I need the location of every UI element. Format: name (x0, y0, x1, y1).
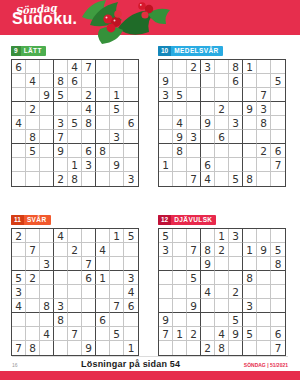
sudoku-cell[interactable] (26, 229, 40, 243)
sudoku-cell[interactable] (201, 271, 215, 285)
sudoku-cell[interactable] (124, 74, 138, 88)
sudoku-cell[interactable]: 5 (187, 271, 201, 285)
sudoku-cell[interactable] (40, 144, 54, 158)
sudoku-cell[interactable] (68, 88, 82, 102)
sudoku-cell[interactable]: 5 (229, 313, 243, 327)
sudoku-cell[interactable] (96, 229, 110, 243)
sudoku-cell[interactable]: 3 (257, 102, 271, 116)
sudoku-cell[interactable] (159, 60, 173, 74)
sudoku-cell[interactable]: 2 (12, 229, 26, 243)
sudoku-cell[interactable] (54, 257, 68, 271)
sudoku-cell[interactable] (243, 257, 257, 271)
sudoku-cell[interactable] (187, 313, 201, 327)
sudoku-cell[interactable] (159, 172, 173, 186)
sudoku-cell[interactable] (229, 158, 243, 172)
sudoku-cell[interactable] (229, 271, 243, 285)
sudoku-cell[interactable] (159, 144, 173, 158)
sudoku-cell[interactable] (124, 130, 138, 144)
sudoku-cell[interactable] (82, 299, 96, 313)
sudoku-grid-12[interactable]: 513378219598584293957124956287 (158, 228, 286, 356)
sudoku-cell[interactable]: 1 (159, 158, 173, 172)
sudoku-cell[interactable]: 4 (201, 172, 215, 186)
sudoku-cell[interactable] (271, 116, 285, 130)
sudoku-cell[interactable] (271, 313, 285, 327)
sudoku-cell[interactable] (173, 299, 187, 313)
sudoku-cell[interactable] (187, 341, 201, 355)
sudoku-cell[interactable] (40, 130, 54, 144)
sudoku-cell[interactable] (187, 116, 201, 130)
sudoku-cell[interactable] (243, 88, 257, 102)
sudoku-cell[interactable]: 8 (82, 116, 96, 130)
sudoku-cell[interactable]: 1 (243, 243, 257, 257)
sudoku-cell[interactable] (229, 243, 243, 257)
sudoku-cell[interactable] (96, 74, 110, 88)
sudoku-cell[interactable]: 2 (82, 88, 96, 102)
sudoku-cell[interactable]: 3 (124, 271, 138, 285)
sudoku-cell[interactable]: 3 (201, 60, 215, 74)
sudoku-grid-9[interactable]: 6474869521245435868735968139283 (11, 59, 139, 187)
sudoku-cell[interactable] (187, 74, 201, 88)
sudoku-cell[interactable] (201, 299, 215, 313)
sudoku-cell[interactable] (26, 172, 40, 186)
sudoku-cell[interactable]: 3 (54, 299, 68, 313)
sudoku-cell[interactable]: 6 (96, 313, 110, 327)
sudoku-cell[interactable]: 6 (68, 74, 82, 88)
sudoku-cell[interactable] (96, 88, 110, 102)
sudoku-cell[interactable] (173, 257, 187, 271)
sudoku-cell[interactable]: 6 (271, 144, 285, 158)
sudoku-cell[interactable] (26, 60, 40, 74)
sudoku-cell[interactable] (26, 116, 40, 130)
sudoku-cell[interactable]: 9 (243, 102, 257, 116)
sudoku-cell[interactable] (243, 158, 257, 172)
sudoku-cell[interactable] (215, 74, 229, 88)
sudoku-cell[interactable] (82, 130, 96, 144)
sudoku-cell[interactable] (54, 327, 68, 341)
sudoku-cell[interactable] (12, 130, 26, 144)
sudoku-cell[interactable] (243, 313, 257, 327)
sudoku-cell[interactable] (54, 102, 68, 116)
sudoku-cell[interactable]: 3 (124, 172, 138, 186)
sudoku-cell[interactable] (215, 116, 229, 130)
sudoku-cell[interactable] (173, 271, 187, 285)
sudoku-cell[interactable] (159, 271, 173, 285)
sudoku-cell[interactable]: 8 (229, 60, 243, 74)
sudoku-cell[interactable] (257, 172, 271, 186)
sudoku-cell[interactable] (271, 285, 285, 299)
sudoku-cell[interactable]: 8 (257, 116, 271, 130)
sudoku-cell[interactable] (96, 257, 110, 271)
sudoku-cell[interactable] (110, 271, 124, 285)
sudoku-cell[interactable]: 2 (187, 327, 201, 341)
sudoku-cell[interactable]: 1 (110, 88, 124, 102)
sudoku-cell[interactable]: 6 (124, 116, 138, 130)
sudoku-cell[interactable]: 7 (82, 257, 96, 271)
sudoku-cell[interactable] (26, 88, 40, 102)
sudoku-cell[interactable] (229, 88, 243, 102)
sudoku-cell[interactable]: 5 (159, 229, 173, 243)
sudoku-cell[interactable] (271, 102, 285, 116)
sudoku-cell[interactable] (215, 158, 229, 172)
sudoku-cell[interactable] (173, 229, 187, 243)
sudoku-cell[interactable] (243, 341, 257, 355)
sudoku-cell[interactable] (40, 102, 54, 116)
sudoku-cell[interactable] (173, 243, 187, 257)
sudoku-cell[interactable]: 3 (229, 116, 243, 130)
sudoku-cell[interactable] (257, 285, 271, 299)
sudoku-cell[interactable] (68, 257, 82, 271)
sudoku-cell[interactable] (243, 74, 257, 88)
sudoku-cell[interactable] (96, 60, 110, 74)
sudoku-cell[interactable] (201, 327, 215, 341)
sudoku-cell[interactable]: 5 (271, 243, 285, 257)
sudoku-cell[interactable] (159, 299, 173, 313)
sudoku-cell[interactable] (96, 116, 110, 130)
sudoku-cell[interactable] (229, 299, 243, 313)
sudoku-cell[interactable] (124, 60, 138, 74)
sudoku-cell[interactable] (201, 130, 215, 144)
sudoku-cell[interactable]: 9 (187, 299, 201, 313)
sudoku-cell[interactable] (96, 172, 110, 186)
sudoku-grid-10[interactable]: 238196535729349389368261677458 (158, 59, 286, 187)
sudoku-cell[interactable]: 2 (215, 243, 229, 257)
sudoku-cell[interactable]: 5 (271, 74, 285, 88)
sudoku-cell[interactable]: 3 (159, 243, 173, 257)
sudoku-cell[interactable] (54, 243, 68, 257)
sudoku-cell[interactable]: 4 (26, 74, 40, 88)
sudoku-cell[interactable]: 9 (229, 327, 243, 341)
sudoku-cell[interactable] (257, 299, 271, 313)
sudoku-cell[interactable] (257, 74, 271, 88)
sudoku-cell[interactable] (229, 102, 243, 116)
sudoku-cell[interactable]: 1 (96, 271, 110, 285)
sudoku-cell[interactable] (68, 130, 82, 144)
sudoku-cell[interactable]: 9 (173, 130, 187, 144)
sudoku-cell[interactable] (124, 257, 138, 271)
sudoku-cell[interactable] (229, 130, 243, 144)
sudoku-cell[interactable] (40, 158, 54, 172)
sudoku-cell[interactable]: 9 (82, 341, 96, 355)
sudoku-cell[interactable] (215, 271, 229, 285)
sudoku-cell[interactable] (40, 74, 54, 88)
sudoku-cell[interactable]: 7 (26, 243, 40, 257)
sudoku-cell[interactable] (257, 313, 271, 327)
sudoku-cell[interactable] (82, 243, 96, 257)
sudoku-cell[interactable]: 7 (82, 60, 96, 74)
sudoku-cell[interactable]: 7 (271, 158, 285, 172)
sudoku-cell[interactable]: 3 (187, 130, 201, 144)
sudoku-cell[interactable] (12, 74, 26, 88)
sudoku-cell[interactable] (173, 172, 187, 186)
sudoku-cell[interactable]: 7 (159, 327, 173, 341)
sudoku-cell[interactable] (215, 313, 229, 327)
sudoku-cell[interactable] (12, 243, 26, 257)
sudoku-cell[interactable]: 3 (82, 158, 96, 172)
sudoku-cell[interactable] (159, 130, 173, 144)
sudoku-cell[interactable] (124, 327, 138, 341)
sudoku-cell[interactable]: 6 (271, 327, 285, 341)
sudoku-cell[interactable]: 5 (54, 88, 68, 102)
sudoku-cell[interactable]: 3 (159, 88, 173, 102)
sudoku-cell[interactable] (243, 229, 257, 243)
sudoku-cell[interactable]: 2 (68, 243, 82, 257)
sudoku-cell[interactable] (257, 130, 271, 144)
sudoku-cell[interactable] (124, 313, 138, 327)
sudoku-cell[interactable] (40, 271, 54, 285)
sudoku-cell[interactable] (96, 130, 110, 144)
sudoku-cell[interactable]: 3 (40, 257, 54, 271)
sudoku-cell[interactable]: 8 (68, 172, 82, 186)
sudoku-cell[interactable] (257, 327, 271, 341)
sudoku-cell[interactable]: 4 (12, 299, 26, 313)
sudoku-cell[interactable] (173, 158, 187, 172)
sudoku-cell[interactable] (187, 102, 201, 116)
sudoku-cell[interactable] (40, 229, 54, 243)
sudoku-cell[interactable] (68, 341, 82, 355)
sudoku-cell[interactable]: 3 (12, 285, 26, 299)
sudoku-cell[interactable] (201, 144, 215, 158)
sudoku-cell[interactable] (110, 60, 124, 74)
sudoku-cell[interactable] (215, 172, 229, 186)
sudoku-cell[interactable]: 5 (243, 327, 257, 341)
sudoku-cell[interactable] (96, 341, 110, 355)
sudoku-cell[interactable]: 8 (54, 313, 68, 327)
sudoku-cell[interactable]: 4 (12, 116, 26, 130)
sudoku-cell[interactable]: 9 (54, 144, 68, 158)
sudoku-cell[interactable]: 7 (110, 299, 124, 313)
sudoku-cell[interactable]: 3 (54, 116, 68, 130)
sudoku-cell[interactable]: 3 (110, 130, 124, 144)
sudoku-cell[interactable] (201, 88, 215, 102)
sudoku-cell[interactable] (110, 116, 124, 130)
sudoku-cell[interactable] (68, 102, 82, 116)
sudoku-cell[interactable]: 5 (124, 229, 138, 243)
sudoku-cell[interactable] (201, 102, 215, 116)
sudoku-cell[interactable] (82, 74, 96, 88)
sudoku-cell[interactable]: 4 (96, 243, 110, 257)
sudoku-cell[interactable] (82, 327, 96, 341)
sudoku-cell[interactable]: 5 (12, 271, 26, 285)
sudoku-cell[interactable] (82, 285, 96, 299)
sudoku-cell[interactable]: 2 (229, 285, 243, 299)
sudoku-cell[interactable] (187, 88, 201, 102)
sudoku-cell[interactable] (187, 285, 201, 299)
sudoku-cell[interactable] (26, 313, 40, 327)
sudoku-cell[interactable]: 1 (68, 158, 82, 172)
sudoku-cell[interactable]: 5 (173, 88, 187, 102)
sudoku-cell[interactable]: 8 (243, 271, 257, 285)
sudoku-cell[interactable]: 2 (215, 102, 229, 116)
sudoku-cell[interactable] (40, 172, 54, 186)
sudoku-cell[interactable] (110, 172, 124, 186)
sudoku-cell[interactable]: 4 (54, 229, 68, 243)
sudoku-cell[interactable]: 5 (229, 172, 243, 186)
sudoku-cell[interactable] (40, 116, 54, 130)
sudoku-cell[interactable]: 8 (243, 172, 257, 186)
sudoku-cell[interactable]: 9 (159, 74, 173, 88)
sudoku-cell[interactable] (12, 88, 26, 102)
sudoku-cell[interactable] (124, 243, 138, 257)
sudoku-cell[interactable] (257, 60, 271, 74)
sudoku-cell[interactable]: 3 (243, 299, 257, 313)
sudoku-cell[interactable]: 6 (12, 60, 26, 74)
sudoku-cell[interactable]: 6 (215, 130, 229, 144)
sudoku-cell[interactable] (110, 144, 124, 158)
sudoku-cell[interactable] (96, 327, 110, 341)
sudoku-cell[interactable] (159, 285, 173, 299)
sudoku-cell[interactable]: 4 (215, 327, 229, 341)
sudoku-cell[interactable] (40, 243, 54, 257)
sudoku-cell[interactable]: 8 (96, 144, 110, 158)
sudoku-cell[interactable] (173, 74, 187, 88)
sudoku-cell[interactable] (201, 229, 215, 243)
sudoku-cell[interactable]: 1 (173, 327, 187, 341)
sudoku-cell[interactable]: 8 (201, 243, 215, 257)
sudoku-cell[interactable] (54, 271, 68, 285)
sudoku-cell[interactable]: 2 (187, 60, 201, 74)
sudoku-cell[interactable] (12, 313, 26, 327)
sudoku-cell[interactable]: 8 (26, 341, 40, 355)
sudoku-cell[interactable] (110, 341, 124, 355)
sudoku-cell[interactable]: 4 (40, 327, 54, 341)
sudoku-cell[interactable] (26, 158, 40, 172)
sudoku-cell[interactable] (12, 144, 26, 158)
sudoku-cell[interactable] (40, 341, 54, 355)
sudoku-cell[interactable]: 2 (26, 271, 40, 285)
sudoku-cell[interactable] (159, 341, 173, 355)
sudoku-cell[interactable]: 7 (68, 327, 82, 341)
sudoku-cell[interactable] (54, 158, 68, 172)
sudoku-cell[interactable] (110, 74, 124, 88)
sudoku-cell[interactable]: 1 (243, 60, 257, 74)
sudoku-cell[interactable] (54, 341, 68, 355)
sudoku-cell[interactable]: 9 (159, 313, 173, 327)
sudoku-cell[interactable]: 2 (201, 341, 215, 355)
sudoku-cell[interactable] (40, 60, 54, 74)
sudoku-cell[interactable]: 9 (110, 158, 124, 172)
sudoku-cell[interactable] (12, 257, 26, 271)
sudoku-cell[interactable]: 4 (82, 102, 96, 116)
sudoku-cell[interactable]: 1 (124, 341, 138, 355)
sudoku-cell[interactable] (26, 327, 40, 341)
sudoku-cell[interactable]: 7 (271, 341, 285, 355)
sudoku-cell[interactable] (68, 285, 82, 299)
sudoku-cell[interactable]: 2 (257, 144, 271, 158)
sudoku-cell[interactable] (26, 285, 40, 299)
sudoku-cell[interactable]: 8 (173, 144, 187, 158)
sudoku-cell[interactable]: 9 (40, 88, 54, 102)
sudoku-cell[interactable] (82, 229, 96, 243)
sudoku-cell[interactable] (124, 144, 138, 158)
sudoku-cell[interactable] (173, 341, 187, 355)
sudoku-cell[interactable]: 8 (26, 130, 40, 144)
sudoku-cell[interactable]: 7 (12, 341, 26, 355)
sudoku-cell[interactable] (215, 257, 229, 271)
sudoku-cell[interactable] (271, 271, 285, 285)
sudoku-cell[interactable] (187, 257, 201, 271)
sudoku-cell[interactable] (187, 229, 201, 243)
sudoku-cell[interactable] (54, 60, 68, 74)
sudoku-cell[interactable] (82, 313, 96, 327)
sudoku-cell[interactable] (124, 102, 138, 116)
sudoku-cell[interactable] (124, 88, 138, 102)
sudoku-cell[interactable] (12, 102, 26, 116)
sudoku-cell[interactable]: 5 (26, 144, 40, 158)
sudoku-cell[interactable] (40, 313, 54, 327)
sudoku-cell[interactable]: 6 (82, 144, 96, 158)
sudoku-cell[interactable] (243, 144, 257, 158)
sudoku-cell[interactable] (173, 60, 187, 74)
sudoku-cell[interactable] (26, 257, 40, 271)
sudoku-cell[interactable]: 5 (68, 116, 82, 130)
sudoku-cell[interactable]: 4 (201, 285, 215, 299)
sudoku-cell[interactable] (12, 158, 26, 172)
sudoku-cell[interactable]: 8 (40, 299, 54, 313)
sudoku-cell[interactable]: 2 (26, 102, 40, 116)
sudoku-cell[interactable]: 7 (187, 172, 201, 186)
sudoku-cell[interactable] (54, 285, 68, 299)
sudoku-cell[interactable] (257, 158, 271, 172)
sudoku-cell[interactable] (173, 102, 187, 116)
sudoku-cell[interactable] (12, 327, 26, 341)
sudoku-cell[interactable]: 6 (229, 74, 243, 88)
sudoku-cell[interactable] (96, 102, 110, 116)
sudoku-cell[interactable] (187, 144, 201, 158)
sudoku-cell[interactable] (12, 172, 26, 186)
sudoku-cell[interactable] (96, 285, 110, 299)
sudoku-cell[interactable]: 8 (271, 257, 285, 271)
sudoku-cell[interactable] (110, 313, 124, 327)
sudoku-cell[interactable]: 4 (124, 285, 138, 299)
sudoku-cell[interactable] (201, 313, 215, 327)
sudoku-cell[interactable] (68, 299, 82, 313)
sudoku-cell[interactable] (68, 271, 82, 285)
sudoku-cell[interactable] (229, 257, 243, 271)
sudoku-cell[interactable]: 9 (257, 243, 271, 257)
sudoku-cell[interactable] (243, 285, 257, 299)
sudoku-cell[interactable] (243, 116, 257, 130)
sudoku-cell[interactable] (243, 130, 257, 144)
sudoku-cell[interactable]: 4 (173, 116, 187, 130)
sudoku-cell[interactable]: 7 (54, 130, 68, 144)
sudoku-cell[interactable]: 8 (215, 341, 229, 355)
sudoku-cell[interactable] (187, 158, 201, 172)
sudoku-cell[interactable] (257, 341, 271, 355)
sudoku-cell[interactable] (159, 116, 173, 130)
sudoku-cell[interactable] (96, 299, 110, 313)
sudoku-cell[interactable] (110, 257, 124, 271)
sudoku-cell[interactable] (68, 229, 82, 243)
sudoku-cell[interactable]: 2 (54, 172, 68, 186)
sudoku-cell[interactable] (159, 102, 173, 116)
sudoku-cell[interactable]: 1 (215, 229, 229, 243)
sudoku-cell[interactable] (40, 285, 54, 299)
sudoku-cell[interactable] (271, 60, 285, 74)
sudoku-cell[interactable] (215, 285, 229, 299)
sudoku-cell[interactable]: 5 (110, 327, 124, 341)
sudoku-cell[interactable]: 7 (187, 243, 201, 257)
sudoku-cell[interactable] (215, 88, 229, 102)
sudoku-cell[interactable] (229, 144, 243, 158)
sudoku-cell[interactable] (201, 74, 215, 88)
sudoku-cell[interactable]: 5 (110, 102, 124, 116)
sudoku-cell[interactable] (26, 299, 40, 313)
sudoku-cell[interactable] (173, 313, 187, 327)
sudoku-cell[interactable]: 6 (82, 271, 96, 285)
sudoku-cell[interactable] (271, 229, 285, 243)
sudoku-cell[interactable]: 6 (124, 299, 138, 313)
sudoku-grid-11[interactable]: 241572437526133448376864757891 (11, 228, 139, 356)
